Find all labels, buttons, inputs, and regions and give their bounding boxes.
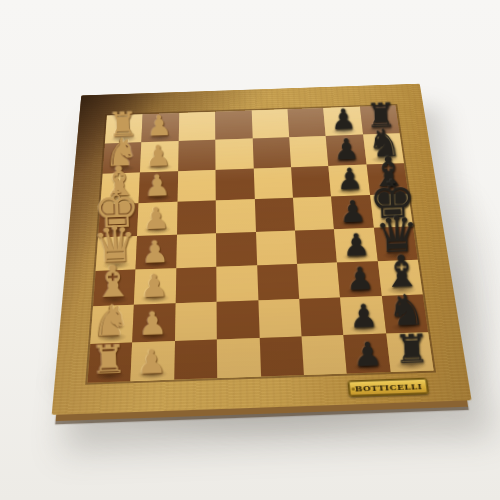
square-r1c4 (252, 137, 291, 168)
piece-wP[interactable]: ♟ (123, 306, 183, 340)
square-r6c1: ♟ (133, 303, 176, 342)
square-r5c4 (257, 264, 299, 301)
square-r4c4 (255, 230, 296, 265)
square-r3c1: ♟ (137, 202, 177, 236)
square-r2c1: ♟ (139, 171, 178, 203)
board-perspective-scene: ♜♟♟♜♞♟♟♞♝♟♟♝♚♟♟♚♛♟♟♛♝♟♟♝♞♟♟♞♜♟♟♜ BOTTICE… (62, 38, 450, 426)
square-r7c4 (259, 336, 304, 376)
square-r2c3 (216, 168, 255, 200)
board-rotation-wrapper: ♜♟♟♜♞♟♟♞♝♟♟♝♚♟♟♚♛♟♟♛♝♟♟♝♞♟♟♞♜♟♟♜ BOTTICE… (0, 0, 500, 500)
board-squares-grid: ♜♟♟♜♞♟♟♞♝♟♟♝♚♟♟♚♛♟♟♛♝♟♟♝♞♟♟♞♜♟♟♜ (88, 105, 434, 382)
square-r5c1: ♟ (134, 268, 176, 305)
square-r5c3 (216, 265, 257, 302)
square-r4c3 (216, 231, 257, 266)
square-r7c7: ♜ (386, 332, 434, 372)
square-r6c4 (258, 299, 302, 338)
square-r4c1: ♟ (136, 234, 177, 269)
square-r7c1: ♟ (131, 341, 175, 381)
piece-bR[interactable]: ♜ (380, 329, 442, 371)
square-r0c3 (215, 110, 252, 140)
chess-board: ♜♟♟♜♞♟♟♞♝♟♟♝♚♟♟♚♛♟♟♛♝♟♟♝♞♟♟♞♜♟♟♜ BOTTICE… (52, 84, 472, 415)
piece-wP[interactable]: ♟ (121, 344, 183, 379)
square-r3c3 (216, 199, 256, 233)
square-r3c4 (254, 198, 294, 232)
brand-plaque-text: BOTTICELLI (354, 381, 423, 394)
square-r1c3 (215, 139, 253, 170)
brand-plaque: BOTTICELLI (348, 378, 430, 397)
square-r0c4 (251, 109, 289, 139)
square-r7c3 (217, 338, 261, 378)
square-r6c3 (217, 301, 260, 340)
square-r2c4 (253, 167, 293, 199)
photo-backdrop: ♜♟♟♜♞♟♟♞♝♟♟♝♚♟♟♚♛♟♟♛♝♟♟♝♞♟♟♞♜♟♟♜ BOTTICE… (0, 0, 500, 500)
